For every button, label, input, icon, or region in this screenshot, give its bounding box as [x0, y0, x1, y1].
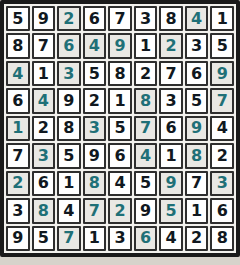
- cell-r2c6[interactable]: 1: [134, 33, 158, 58]
- cell-r1c8[interactable]: 4: [185, 6, 209, 31]
- cell-r4c3[interactable]: 9: [57, 88, 81, 113]
- cell-r6c3[interactable]: 5: [57, 143, 81, 168]
- cell-r2c9[interactable]: 5: [210, 33, 234, 58]
- cell-r6c1[interactable]: 7: [6, 143, 30, 168]
- cell-r1c1[interactable]: 5: [6, 6, 30, 31]
- cell-r6c4[interactable]: 9: [83, 143, 107, 168]
- cell-r8c4[interactable]: 7: [83, 198, 107, 223]
- cell-r8c3[interactable]: 4: [57, 198, 81, 223]
- cell-r5c5[interactable]: 5: [108, 116, 132, 141]
- cell-r5c1[interactable]: 1: [6, 116, 30, 141]
- cell-r8c7[interactable]: 5: [159, 198, 183, 223]
- cell-r2c1[interactable]: 8: [6, 33, 30, 58]
- cell-r1c5[interactable]: 7: [108, 6, 132, 31]
- cell-r7c1[interactable]: 2: [6, 171, 30, 196]
- cell-r6c7[interactable]: 1: [159, 143, 183, 168]
- cell-r8c8[interactable]: 1: [185, 198, 209, 223]
- cell-r2c8[interactable]: 3: [185, 33, 209, 58]
- cell-r1c2[interactable]: 9: [32, 6, 56, 31]
- cell-r2c7[interactable]: 2: [159, 33, 183, 58]
- cell-r3c1[interactable]: 4: [6, 61, 30, 86]
- cell-r1c3[interactable]: 2: [57, 6, 81, 31]
- sudoku-board: 5926738418764912354135827696492183571283…: [0, 0, 240, 257]
- cell-r9c2[interactable]: 5: [32, 226, 56, 251]
- cell-r9c6[interactable]: 6: [134, 226, 158, 251]
- cell-r4c9[interactable]: 7: [210, 88, 234, 113]
- cell-r4c4[interactable]: 2: [83, 88, 107, 113]
- cell-r6c2[interactable]: 3: [32, 143, 56, 168]
- cell-r6c6[interactable]: 4: [134, 143, 158, 168]
- cell-r7c8[interactable]: 7: [185, 171, 209, 196]
- cell-r9c3[interactable]: 7: [57, 226, 81, 251]
- cell-r6c9[interactable]: 2: [210, 143, 234, 168]
- cell-r8c2[interactable]: 8: [32, 198, 56, 223]
- cell-r2c4[interactable]: 4: [83, 33, 107, 58]
- cell-r1c4[interactable]: 6: [83, 6, 107, 31]
- cell-r3c3[interactable]: 3: [57, 61, 81, 86]
- cell-r5c9[interactable]: 4: [210, 116, 234, 141]
- cell-r4c2[interactable]: 4: [32, 88, 56, 113]
- cell-r3c7[interactable]: 7: [159, 61, 183, 86]
- cell-r8c9[interactable]: 6: [210, 198, 234, 223]
- cell-r3c5[interactable]: 8: [108, 61, 132, 86]
- cell-r8c6[interactable]: 9: [134, 198, 158, 223]
- cell-r5c8[interactable]: 9: [185, 116, 209, 141]
- cell-r9c5[interactable]: 3: [108, 226, 132, 251]
- cell-r3c2[interactable]: 1: [32, 61, 56, 86]
- cell-r1c7[interactable]: 8: [159, 6, 183, 31]
- cell-r7c5[interactable]: 4: [108, 171, 132, 196]
- cell-r7c6[interactable]: 5: [134, 171, 158, 196]
- sudoku-page: 5926738418764912354135827696492183571283…: [0, 0, 240, 265]
- sudoku-grid: 5926738418764912354135827696492183571283…: [6, 6, 234, 251]
- cell-r1c9[interactable]: 1: [210, 6, 234, 31]
- cell-r8c1[interactable]: 3: [6, 198, 30, 223]
- cell-r4c7[interactable]: 3: [159, 88, 183, 113]
- cell-r5c7[interactable]: 6: [159, 116, 183, 141]
- cell-r7c7[interactable]: 9: [159, 171, 183, 196]
- cell-r5c3[interactable]: 8: [57, 116, 81, 141]
- cell-r7c9[interactable]: 3: [210, 171, 234, 196]
- cell-r5c2[interactable]: 2: [32, 116, 56, 141]
- cell-r6c5[interactable]: 6: [108, 143, 132, 168]
- cell-r9c9[interactable]: 8: [210, 226, 234, 251]
- cell-r6c8[interactable]: 8: [185, 143, 209, 168]
- cell-r3c4[interactable]: 5: [83, 61, 107, 86]
- cell-r4c6[interactable]: 8: [134, 88, 158, 113]
- cell-r8c5[interactable]: 2: [108, 198, 132, 223]
- cell-r2c5[interactable]: 9: [108, 33, 132, 58]
- cell-r4c1[interactable]: 6: [6, 88, 30, 113]
- cell-r5c6[interactable]: 7: [134, 116, 158, 141]
- cell-r2c3[interactable]: 6: [57, 33, 81, 58]
- cell-r9c4[interactable]: 1: [83, 226, 107, 251]
- cell-r7c4[interactable]: 8: [83, 171, 107, 196]
- cell-r1c6[interactable]: 3: [134, 6, 158, 31]
- cell-r7c3[interactable]: 1: [57, 171, 81, 196]
- cell-r3c8[interactable]: 6: [185, 61, 209, 86]
- cell-r2c2[interactable]: 7: [32, 33, 56, 58]
- cell-r4c5[interactable]: 1: [108, 88, 132, 113]
- cell-r3c9[interactable]: 9: [210, 61, 234, 86]
- cell-r9c1[interactable]: 9: [6, 226, 30, 251]
- cell-r7c2[interactable]: 6: [32, 171, 56, 196]
- cell-r5c4[interactable]: 3: [83, 116, 107, 141]
- cell-r4c8[interactable]: 5: [185, 88, 209, 113]
- cell-r3c6[interactable]: 2: [134, 61, 158, 86]
- cell-r9c7[interactable]: 4: [159, 226, 183, 251]
- cell-r9c8[interactable]: 2: [185, 226, 209, 251]
